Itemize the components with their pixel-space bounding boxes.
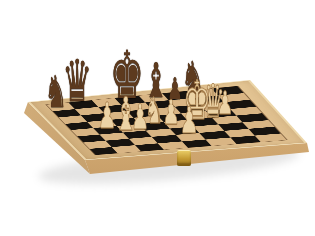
chess-piece-light-pawn: ♟: [179, 102, 198, 139]
chess-set-photo: ♞♛♚♝♟♞♟♝♟♞♟♟♚♛♟: [0, 0, 315, 236]
chess-piece-light-pawn: ♟: [162, 95, 180, 129]
pieces-layer: ♞♛♚♝♟♞♟♝♟♞♟♟♚♛♟: [0, 0, 315, 236]
chess-piece-light-bishop: ♝: [114, 91, 138, 137]
chess-piece-dark-knight: ♞: [45, 70, 68, 114]
